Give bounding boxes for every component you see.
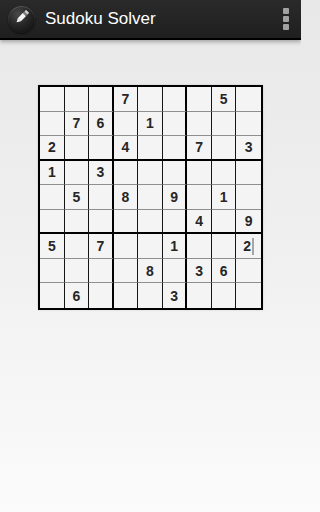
cell-r8c5[interactable]: 8: [138, 259, 163, 284]
cell-r4c9[interactable]: [236, 161, 261, 186]
cell-r1c6[interactable]: [163, 87, 188, 112]
cell-value: 8: [146, 264, 154, 278]
cell-value: 9: [170, 190, 178, 204]
cell-r2c7[interactable]: [187, 112, 212, 137]
cell-r8c2[interactable]: [65, 259, 90, 284]
cell-r7c6[interactable]: 1: [163, 234, 188, 259]
cell-r9c5[interactable]: [138, 283, 163, 308]
cell-r1c3[interactable]: [89, 87, 114, 112]
cell-r1c2[interactable]: [65, 87, 90, 112]
cell-r9c2[interactable]: 6: [65, 283, 90, 308]
cell-value: 3: [170, 289, 178, 303]
cell-value: 3: [195, 264, 203, 278]
cell-r2c8[interactable]: [212, 112, 237, 137]
cell-r6c3[interactable]: [89, 210, 114, 235]
cell-r3c6[interactable]: [163, 136, 188, 161]
cell-r3c2[interactable]: [65, 136, 90, 161]
cell-r9c1[interactable]: [40, 283, 65, 308]
cell-r8c6[interactable]: [163, 259, 188, 284]
cell-r7c5[interactable]: [138, 234, 163, 259]
cell-r6c7[interactable]: 4: [187, 210, 212, 235]
cell-r4c1[interactable]: 1: [40, 161, 65, 186]
cell-value: 7: [195, 140, 203, 154]
sudoku-grid: 75761247313589149571283663: [38, 85, 263, 310]
cell-value: 9: [245, 214, 253, 228]
cell-r2c6[interactable]: [163, 112, 188, 137]
cell-r5c8[interactable]: 1: [212, 185, 237, 210]
cell-r7c2[interactable]: [65, 234, 90, 259]
cell-value: 5: [72, 190, 80, 204]
cell-value: 4: [122, 140, 130, 154]
cell-r7c8[interactable]: [212, 234, 237, 259]
overflow-dot: [283, 16, 289, 22]
cell-r1c4[interactable]: 7: [114, 87, 139, 112]
cell-r5c7[interactable]: [187, 185, 212, 210]
cell-r8c1[interactable]: [40, 259, 65, 284]
cell-r3c8[interactable]: [212, 136, 237, 161]
action-bar: Sudoku Solver: [0, 0, 301, 40]
cell-r9c6[interactable]: 3: [163, 283, 188, 308]
cell-r9c9[interactable]: [236, 283, 261, 308]
text-caret: [252, 238, 254, 255]
cell-r1c7[interactable]: [187, 87, 212, 112]
cell-r8c3[interactable]: [89, 259, 114, 284]
cell-r5c5[interactable]: [138, 185, 163, 210]
cell-r5c1[interactable]: [40, 185, 65, 210]
cell-r2c2[interactable]: 7: [65, 112, 90, 137]
cell-value: 2: [243, 239, 251, 253]
page-title: Sudoku Solver: [45, 9, 156, 29]
cell-r4c6[interactable]: [163, 161, 188, 186]
cell-r5c4[interactable]: 8: [114, 185, 139, 210]
cell-r1c8[interactable]: 5: [212, 87, 237, 112]
cell-value: 5: [48, 239, 56, 253]
cell-r5c6[interactable]: 9: [163, 185, 188, 210]
cell-r8c7[interactable]: 3: [187, 259, 212, 284]
cell-r6c8[interactable]: [212, 210, 237, 235]
cell-value: 1: [220, 190, 228, 204]
cell-r5c3[interactable]: [89, 185, 114, 210]
cell-r4c5[interactable]: [138, 161, 163, 186]
cell-value: 1: [48, 165, 56, 179]
cell-r3c3[interactable]: [89, 136, 114, 161]
cell-r3c5[interactable]: [138, 136, 163, 161]
cell-r7c9[interactable]: 2: [236, 234, 261, 259]
cell-value: 4: [195, 214, 203, 228]
cell-r1c9[interactable]: [236, 87, 261, 112]
cell-value: 5: [220, 92, 228, 106]
cell-value: 3: [96, 165, 104, 179]
cell-value: 6: [96, 116, 104, 130]
cell-r2c1[interactable]: [40, 112, 65, 137]
cell-r7c7[interactable]: [187, 234, 212, 259]
cell-r2c5[interactable]: 1: [138, 112, 163, 137]
cell-value: 3: [245, 140, 253, 154]
cell-value: 2: [48, 140, 56, 154]
cell-r5c2[interactable]: 5: [65, 185, 90, 210]
cell-r4c4[interactable]: [114, 161, 139, 186]
cell-r9c8[interactable]: [212, 283, 237, 308]
cell-value: 7: [96, 239, 104, 253]
cell-r3c9[interactable]: 3: [236, 136, 261, 161]
cell-r3c1[interactable]: 2: [40, 136, 65, 161]
cell-r8c8[interactable]: 6: [212, 259, 237, 284]
cell-r6c4[interactable]: [114, 210, 139, 235]
cell-r2c3[interactable]: 6: [89, 112, 114, 137]
cell-r3c7[interactable]: 7: [187, 136, 212, 161]
cell-r9c4[interactable]: [114, 283, 139, 308]
cell-value: 6: [72, 289, 80, 303]
cell-r1c5[interactable]: [138, 87, 163, 112]
cell-r7c3[interactable]: 7: [89, 234, 114, 259]
cell-r8c4[interactable]: [114, 259, 139, 284]
cell-r2c4[interactable]: [114, 112, 139, 137]
overflow-dot: [283, 8, 289, 14]
cell-r8c9[interactable]: [236, 259, 261, 284]
cell-r4c2[interactable]: [65, 161, 90, 186]
cell-value: 1: [170, 239, 178, 253]
cell-value: 6: [220, 264, 228, 278]
cell-r4c3[interactable]: 3: [89, 161, 114, 186]
pencil-icon: [13, 8, 31, 30]
cell-value: 7: [122, 92, 130, 106]
cell-r4c8[interactable]: [212, 161, 237, 186]
cell-r2c9[interactable]: [236, 112, 261, 137]
app-icon: [8, 6, 35, 33]
cell-value: 7: [72, 116, 80, 130]
cell-r9c3[interactable]: [89, 283, 114, 308]
cell-r6c2[interactable]: [65, 210, 90, 235]
cell-value: 1: [146, 116, 154, 130]
cell-r6c6[interactable]: [163, 210, 188, 235]
cell-value: 8: [122, 190, 130, 204]
cell-r7c4[interactable]: [114, 234, 139, 259]
cell-r6c5[interactable]: [138, 210, 163, 235]
cell-r4c7[interactable]: [187, 161, 212, 186]
overflow-menu-icon[interactable]: [277, 2, 295, 36]
cell-r7c1[interactable]: 5: [40, 234, 65, 259]
cell-r5c9[interactable]: [236, 185, 261, 210]
cell-r3c4[interactable]: 4: [114, 136, 139, 161]
cell-r6c9[interactable]: 9: [236, 210, 261, 235]
cell-r6c1[interactable]: [40, 210, 65, 235]
cell-r1c1[interactable]: [40, 87, 65, 112]
overflow-dot: [283, 24, 289, 30]
cell-r9c7[interactable]: [187, 283, 212, 308]
